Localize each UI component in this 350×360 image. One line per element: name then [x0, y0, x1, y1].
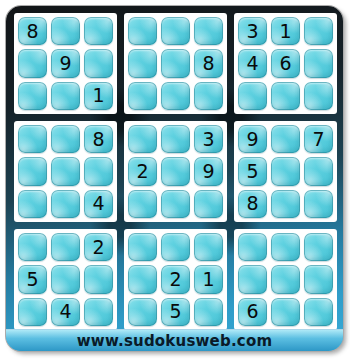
cell-r3c9[interactable] [304, 82, 333, 110]
cell-r4c7[interactable]: 9 [238, 125, 267, 153]
cell-r7c8[interactable] [271, 233, 300, 261]
cell-r6c2[interactable] [51, 190, 80, 218]
footer: www.sudokusweb.com [6, 329, 343, 351]
cell-r7c9[interactable] [304, 233, 333, 261]
cell-r1c2[interactable] [51, 17, 80, 45]
cell-r5c9[interactable] [304, 157, 333, 185]
cell-r2c8[interactable]: 6 [271, 49, 300, 77]
cell-r6c4[interactable] [128, 190, 157, 218]
cell-r1c3[interactable] [84, 17, 113, 45]
cell-r6c6[interactable] [194, 190, 223, 218]
cell-r3c5[interactable] [161, 82, 190, 110]
box-1-1: 891 [14, 13, 117, 114]
cell-r5c2[interactable] [51, 157, 80, 185]
cell-r3c6[interactable] [194, 82, 223, 110]
box-2-3: 9758 [234, 121, 337, 222]
cell-r4c6[interactable]: 3 [194, 125, 223, 153]
cell-r4c3[interactable]: 8 [84, 125, 113, 153]
box-3-3: 6 [234, 229, 337, 330]
cell-r5c4[interactable]: 2 [128, 157, 157, 185]
box-1-3: 3146 [234, 13, 337, 114]
cell-r5c7[interactable]: 5 [238, 157, 267, 185]
cell-r8c6[interactable]: 1 [194, 265, 223, 293]
cell-r7c5[interactable] [161, 233, 190, 261]
cell-r2c4[interactable] [128, 49, 157, 77]
sudoku-board: 891831468432997582542156 www.sudokusweb.… [6, 6, 343, 351]
cell-r7c6[interactable] [194, 233, 223, 261]
cell-r9c6[interactable] [194, 298, 223, 326]
cell-r2c5[interactable] [161, 49, 190, 77]
cell-r3c3[interactable]: 1 [84, 82, 113, 110]
box-2-2: 329 [124, 121, 227, 222]
cell-r4c5[interactable] [161, 125, 190, 153]
cell-r8c8[interactable] [271, 265, 300, 293]
cell-r5c8[interactable] [271, 157, 300, 185]
cell-r9c1[interactable] [18, 298, 47, 326]
cell-r1c9[interactable] [304, 17, 333, 45]
cell-r2c7[interactable]: 4 [238, 49, 267, 77]
cell-r1c5[interactable] [161, 17, 190, 45]
box-2-1: 84 [14, 121, 117, 222]
cell-r8c9[interactable] [304, 265, 333, 293]
cell-r4c8[interactable] [271, 125, 300, 153]
cell-r1c1[interactable]: 8 [18, 17, 47, 45]
cell-r9c8[interactable] [271, 298, 300, 326]
cell-r8c3[interactable] [84, 265, 113, 293]
cell-r8c2[interactable] [51, 265, 80, 293]
cell-r3c1[interactable] [18, 82, 47, 110]
cell-r9c7[interactable]: 6 [238, 298, 267, 326]
cell-r4c9[interactable]: 7 [304, 125, 333, 153]
cell-r3c2[interactable] [51, 82, 80, 110]
cell-r8c4[interactable] [128, 265, 157, 293]
box-3-2: 215 [124, 229, 227, 330]
cell-r9c2[interactable]: 4 [51, 298, 80, 326]
cell-r9c3[interactable] [84, 298, 113, 326]
sudoku-grid: 891831468432997582542156 [14, 13, 337, 330]
cell-r6c5[interactable] [161, 190, 190, 218]
cell-r7c1[interactable] [18, 233, 47, 261]
cell-r2c1[interactable] [18, 49, 47, 77]
cell-r9c5[interactable]: 5 [161, 298, 190, 326]
cell-r5c3[interactable] [84, 157, 113, 185]
cell-r1c7[interactable]: 3 [238, 17, 267, 45]
website-link[interactable]: www.sudokusweb.com [77, 332, 272, 350]
cell-r1c8[interactable]: 1 [271, 17, 300, 45]
cell-r1c4[interactable] [128, 17, 157, 45]
cell-r5c5[interactable] [161, 157, 190, 185]
box-1-2: 8 [124, 13, 227, 114]
box-3-1: 254 [14, 229, 117, 330]
cell-r9c9[interactable] [304, 298, 333, 326]
cell-r6c3[interactable]: 4 [84, 190, 113, 218]
cell-r4c2[interactable] [51, 125, 80, 153]
cell-r8c1[interactable]: 5 [18, 265, 47, 293]
cell-r2c3[interactable] [84, 49, 113, 77]
cell-r4c4[interactable] [128, 125, 157, 153]
cell-r7c3[interactable]: 2 [84, 233, 113, 261]
cell-r2c9[interactable] [304, 49, 333, 77]
cell-r3c8[interactable] [271, 82, 300, 110]
cell-r6c9[interactable] [304, 190, 333, 218]
cell-r2c6[interactable]: 8 [194, 49, 223, 77]
cell-r5c6[interactable]: 9 [194, 157, 223, 185]
cell-r5c1[interactable] [18, 157, 47, 185]
cell-r7c2[interactable] [51, 233, 80, 261]
cell-r1c6[interactable] [194, 17, 223, 45]
cell-r3c7[interactable] [238, 82, 267, 110]
cell-r6c8[interactable] [271, 190, 300, 218]
cell-r4c1[interactable] [18, 125, 47, 153]
cell-r8c7[interactable] [238, 265, 267, 293]
cell-r6c7[interactable]: 8 [238, 190, 267, 218]
cell-r8c5[interactable]: 2 [161, 265, 190, 293]
cell-r3c4[interactable] [128, 82, 157, 110]
cell-r7c7[interactable] [238, 233, 267, 261]
cell-r2c2[interactable]: 9 [51, 49, 80, 77]
cell-r6c1[interactable] [18, 190, 47, 218]
cell-r7c4[interactable] [128, 233, 157, 261]
cell-r9c4[interactable] [128, 298, 157, 326]
